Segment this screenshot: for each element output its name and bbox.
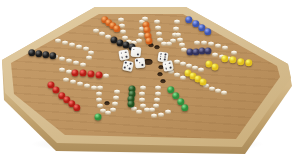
- die-pip: [169, 63, 171, 65]
- marble-blue-base: [204, 28, 211, 35]
- track-hole: [84, 84, 90, 88]
- track-hole: [194, 41, 200, 45]
- marble-navy-track: [205, 48, 212, 55]
- marble-red-track: [96, 72, 103, 79]
- center-hole: [144, 59, 153, 65]
- track-hole: [156, 32, 162, 36]
- die-showing-2: [131, 47, 141, 57]
- game-board-photo: [0, 0, 300, 157]
- track-hole: [88, 51, 94, 55]
- track-hole: [155, 86, 161, 90]
- marble-yellow-track: [200, 79, 207, 86]
- die-showing-5: [122, 60, 133, 71]
- marble-red-base: [73, 104, 80, 111]
- track-hole: [215, 44, 221, 48]
- track-hole: [208, 42, 214, 46]
- track-hole: [153, 104, 159, 108]
- die-showing-4: [118, 49, 129, 60]
- track-hole: [155, 92, 161, 96]
- die-pip: [165, 63, 167, 65]
- track-hole: [175, 33, 181, 37]
- die-pip: [121, 52, 123, 54]
- empty-hole: [155, 45, 160, 49]
- track-hole: [59, 57, 65, 61]
- track-hole: [113, 96, 119, 100]
- marble-red-track: [53, 87, 60, 94]
- track-hole: [198, 68, 204, 72]
- track-hole: [136, 39, 142, 43]
- die-pip: [169, 67, 171, 69]
- track-hole: [66, 59, 72, 63]
- marble-yellow-base: [245, 59, 252, 66]
- track-hole: [77, 82, 83, 86]
- track-hole: [201, 41, 207, 45]
- track-hole: [97, 104, 103, 108]
- track-hole: [118, 18, 124, 22]
- track-hole: [120, 30, 126, 34]
- track-hole: [139, 92, 145, 96]
- die-pip: [137, 53, 139, 55]
- marble-yellow-base: [229, 56, 236, 63]
- empty-hole: [158, 72, 163, 76]
- track-hole: [165, 110, 171, 114]
- marble-yellow-base: [237, 58, 244, 65]
- die-pip: [121, 56, 123, 58]
- marble-green-track: [95, 114, 102, 121]
- track-hole: [138, 33, 144, 37]
- empty-hole: [105, 101, 110, 105]
- marble-red-track: [80, 70, 87, 77]
- track-hole: [97, 86, 103, 90]
- track-hole: [180, 76, 186, 80]
- track-hole: [179, 43, 185, 47]
- track-hole: [212, 53, 218, 57]
- die-pip: [133, 49, 135, 51]
- track-hole: [140, 86, 146, 90]
- marble-red-track: [72, 70, 79, 77]
- track-hole: [114, 90, 120, 94]
- marble-yellow-base: [221, 55, 228, 62]
- die-pip: [125, 52, 127, 54]
- empty-hole: [161, 79, 166, 83]
- track-hole: [149, 108, 155, 112]
- marble-yellow-track: [212, 64, 219, 71]
- track-hole: [76, 45, 82, 49]
- track-hole: [105, 111, 111, 115]
- track-hole: [231, 51, 237, 55]
- track-hole: [112, 102, 118, 106]
- die-pip: [129, 68, 131, 70]
- die-pip: [125, 56, 127, 58]
- track-hole: [59, 68, 65, 72]
- track-hole: [96, 92, 102, 96]
- track-hole: [80, 63, 86, 67]
- track-hole: [221, 91, 227, 95]
- marble-orange-track: [146, 38, 153, 45]
- track-hole: [96, 98, 102, 102]
- track-hole: [222, 46, 228, 50]
- track-hole: [103, 74, 109, 78]
- die-pip: [124, 67, 126, 69]
- track-hole: [136, 110, 142, 114]
- die-showing-3: [135, 58, 145, 68]
- track-hole: [69, 43, 75, 47]
- marble-dark_green-track: [128, 101, 135, 108]
- holes-and-marbles-layer: [0, 0, 300, 157]
- track-hole: [139, 98, 145, 102]
- track-hole: [155, 26, 161, 30]
- track-hole: [174, 20, 180, 24]
- die-pip: [130, 63, 132, 65]
- track-hole: [173, 27, 179, 31]
- track-hole: [70, 80, 76, 84]
- track-hole: [110, 108, 116, 112]
- track-hole: [151, 114, 157, 118]
- track-hole: [63, 78, 69, 82]
- track-hole: [55, 39, 61, 43]
- track-hole: [154, 98, 160, 102]
- track-hole: [62, 41, 68, 45]
- track-hole: [170, 39, 176, 43]
- die-pip: [160, 58, 162, 60]
- track-hole: [86, 56, 92, 60]
- marble-green-base: [181, 104, 188, 111]
- track-hole: [177, 38, 183, 42]
- die-pip: [165, 67, 167, 69]
- track-hole: [154, 20, 160, 24]
- marble-red-track: [88, 71, 95, 78]
- die-pip: [142, 64, 144, 66]
- track-hole: [158, 113, 164, 117]
- track-hole: [73, 61, 79, 65]
